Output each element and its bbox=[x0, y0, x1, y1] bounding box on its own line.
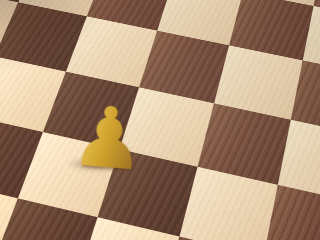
chessboard-photo-scene: ♟ bbox=[0, 0, 320, 240]
chessboard bbox=[0, 0, 320, 240]
